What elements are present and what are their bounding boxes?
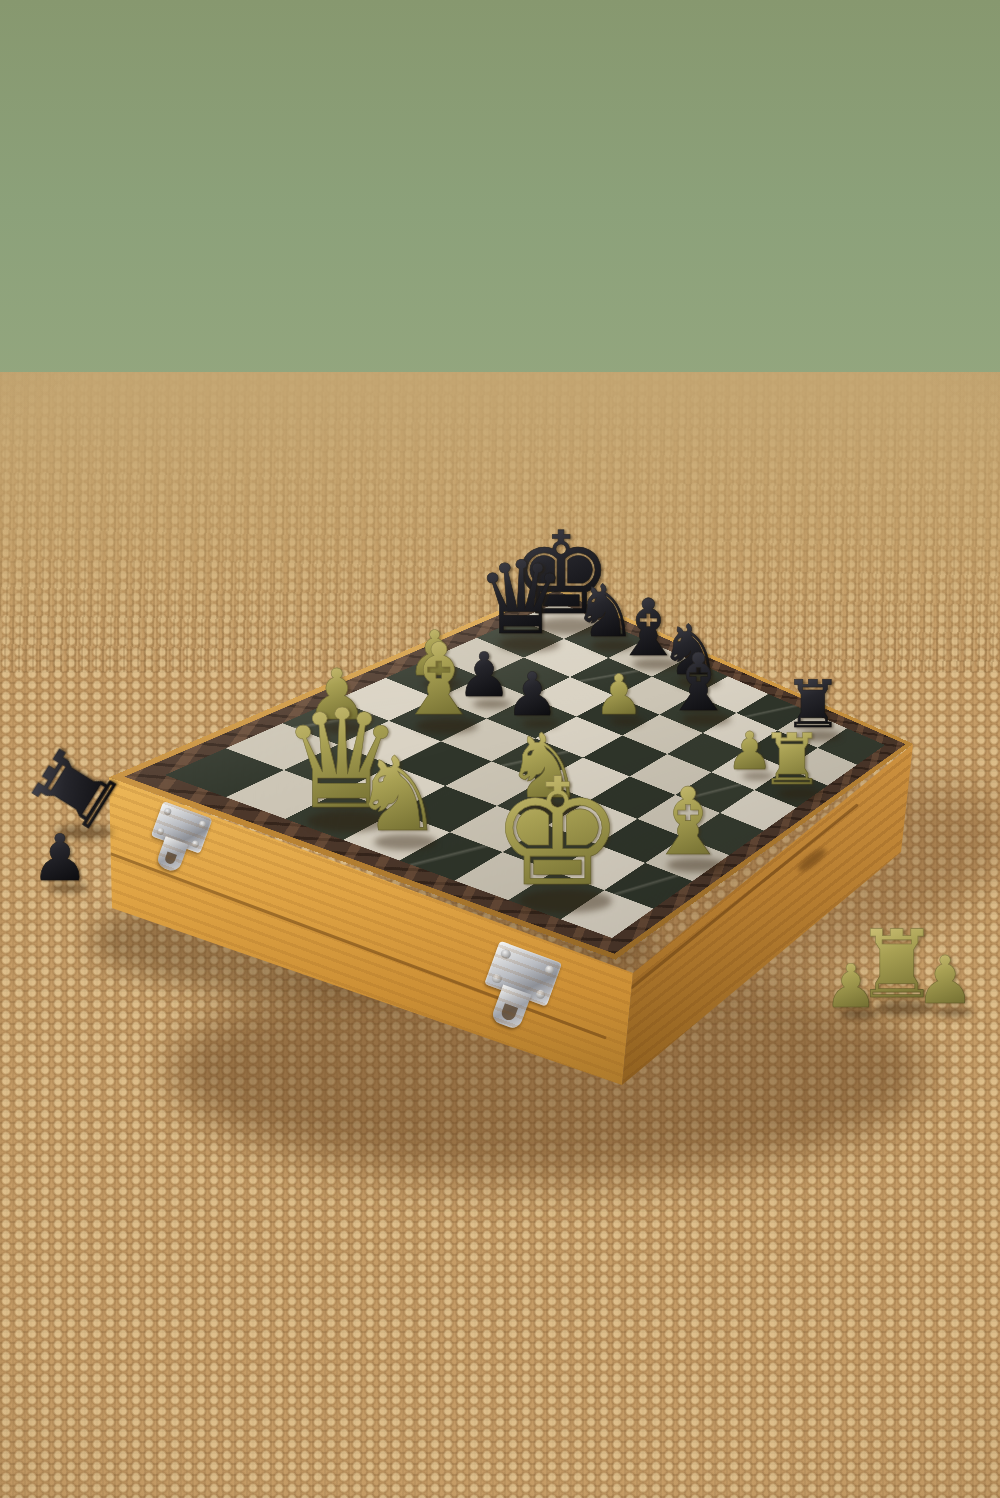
piece-green-bishop-h3[interactable]: ♝ <box>647 776 730 869</box>
wood-knot <box>796 846 829 875</box>
latch-screw <box>156 827 165 836</box>
latch-screw <box>198 820 207 829</box>
piece-black-pawn-offboard-1[interactable]: ♟ <box>31 826 88 890</box>
piece-green-pawn-d6[interactable]: ♟ <box>594 668 644 723</box>
piece-green-knight-d1[interactable]: ♞ <box>352 744 444 847</box>
latch-screw <box>534 988 546 999</box>
latch-hasp[interactable] <box>155 836 188 873</box>
piece-black-bishop-e7[interactable]: ♝ <box>663 643 734 722</box>
piece-green-king-g1[interactable]: ♚ <box>491 759 624 908</box>
latch-screw <box>491 973 503 984</box>
photo-stage: ♚♛♞♝♞♝♜♟♟♚♛♞♞♝♝♜♟♟♟♟♜♟♟♜♟ <box>0 0 1000 1498</box>
latch-plate <box>484 941 562 1007</box>
piece-black-queen-a7[interactable]: ♛ <box>476 548 566 649</box>
piece-green-pawn-offboard-2[interactable]: ♟ <box>824 956 878 1016</box>
latch-screw <box>543 964 555 975</box>
latch-screw <box>191 839 200 848</box>
latch-screw <box>163 807 172 816</box>
green-wall <box>0 0 1000 382</box>
piece-green-pawn-offboard-4[interactable]: ♟ <box>915 948 974 1014</box>
piece-green-rook-h6[interactable]: ♜ <box>760 725 824 796</box>
box-latch-left[interactable] <box>142 801 213 879</box>
latch-hasp[interactable] <box>490 984 532 1030</box>
piece-green-bishop-b4[interactable]: ♝ <box>394 630 483 729</box>
box-latch-front[interactable] <box>473 941 562 1039</box>
latch-screw <box>500 949 512 960</box>
